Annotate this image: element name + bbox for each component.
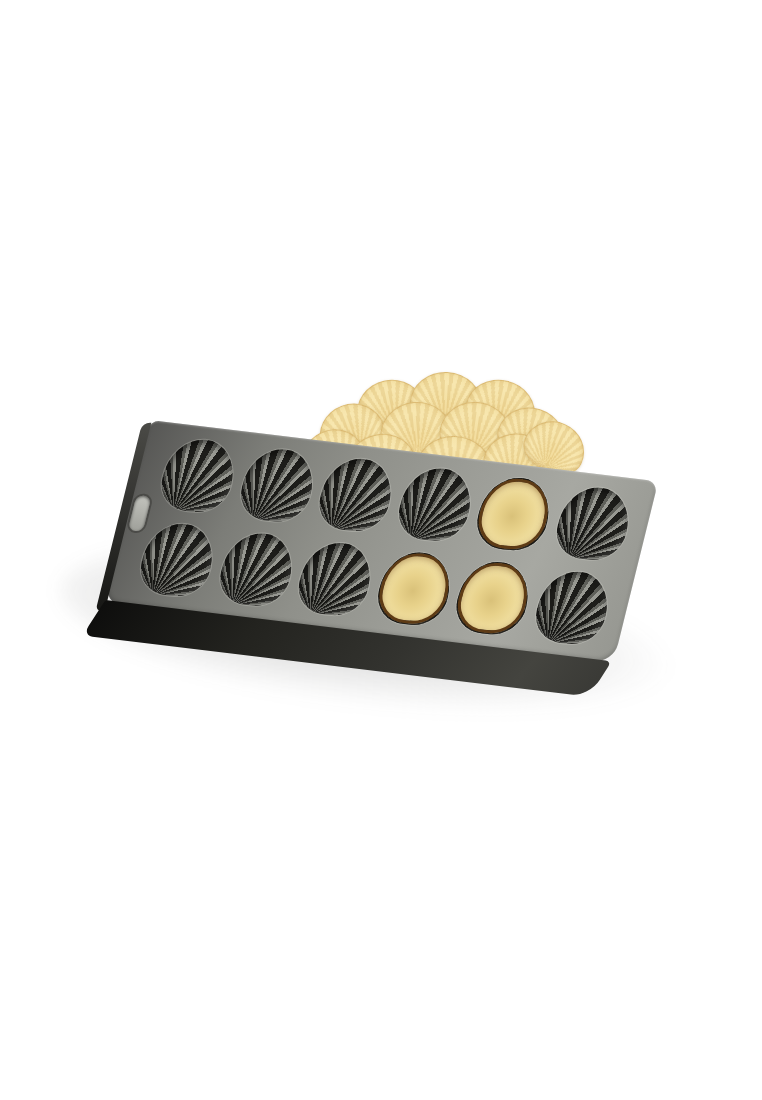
baked-madeleine-in-pan [452,560,533,635]
pan-cavity [235,446,319,523]
baked-madeleine-in-pan [373,550,454,625]
product-photo [0,0,762,1100]
pan-cavity [472,475,556,552]
pan-cavity [293,540,377,617]
pan-cavity [551,485,635,562]
pan-cavity [451,559,535,636]
pan-cavity [214,530,298,607]
pan-cavity [314,456,398,533]
pan-cavity [530,568,614,645]
pan-cavity [156,437,240,514]
pan-cavity [135,520,219,597]
pan-cavity [372,549,456,626]
pan-cavity [393,466,477,543]
baked-madeleine-in-pan [473,476,554,551]
